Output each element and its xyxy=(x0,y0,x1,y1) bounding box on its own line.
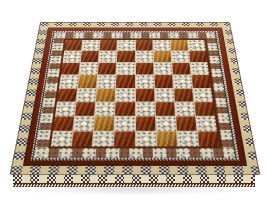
ornate-inlay-border xyxy=(35,33,236,158)
board-square xyxy=(59,75,78,87)
board-square xyxy=(117,51,134,62)
board-square xyxy=(97,75,116,87)
board-square xyxy=(155,102,175,116)
board-square xyxy=(176,116,197,130)
board-square xyxy=(64,40,82,51)
board-field xyxy=(51,40,219,147)
board-square xyxy=(118,40,135,51)
board-square xyxy=(173,75,192,87)
board-square xyxy=(156,116,176,130)
board-square xyxy=(78,75,97,87)
board-front-lip-mosaic xyxy=(13,183,255,187)
product-photo-scene xyxy=(0,0,267,200)
board-square xyxy=(57,88,77,101)
board-square xyxy=(77,88,96,101)
board-square xyxy=(135,63,153,75)
board-square xyxy=(172,63,191,75)
board-square xyxy=(196,116,217,130)
board-square xyxy=(115,102,134,116)
board-square xyxy=(154,75,173,87)
board-square xyxy=(188,40,206,51)
board-square xyxy=(135,40,152,51)
board-square xyxy=(190,63,209,75)
board-square xyxy=(136,116,156,130)
board-square xyxy=(153,40,170,51)
board-square xyxy=(61,63,80,75)
board-square xyxy=(116,88,135,101)
board-square xyxy=(53,116,74,130)
board-square xyxy=(174,88,193,101)
board-square xyxy=(51,131,73,146)
mahogany-border xyxy=(23,28,247,166)
board-square xyxy=(82,40,100,51)
mosaic-check-strip xyxy=(31,31,240,161)
board-square xyxy=(98,63,116,75)
board-square xyxy=(93,131,114,146)
board-square xyxy=(189,51,207,62)
board-square xyxy=(115,116,135,130)
board-square xyxy=(55,102,76,116)
chess-board xyxy=(10,22,261,175)
board-square xyxy=(75,102,95,116)
board-square xyxy=(100,40,117,51)
board-square xyxy=(153,51,171,62)
board-square xyxy=(194,102,215,116)
board-square xyxy=(135,51,152,62)
board-square xyxy=(156,131,177,146)
board-square xyxy=(99,51,117,62)
board-square xyxy=(114,131,134,146)
board-square xyxy=(81,51,99,62)
board-square xyxy=(95,102,115,116)
board-square xyxy=(63,51,81,62)
board-square xyxy=(154,63,172,75)
board-square xyxy=(136,131,156,146)
board-square xyxy=(74,116,95,130)
board-square xyxy=(136,88,155,101)
board-square xyxy=(96,88,115,101)
board-square xyxy=(117,63,135,75)
board-square xyxy=(155,88,174,101)
board-square xyxy=(94,116,114,130)
board-square xyxy=(136,102,155,116)
board-square xyxy=(80,63,99,75)
board-square xyxy=(177,131,198,146)
board-square xyxy=(171,51,189,62)
board-square xyxy=(193,88,213,101)
board-square xyxy=(170,40,188,51)
board-square xyxy=(116,75,134,87)
board-square xyxy=(175,102,195,116)
board-square xyxy=(198,131,220,146)
board-square xyxy=(135,75,153,87)
board-square xyxy=(192,75,211,87)
field-frame xyxy=(48,39,221,148)
board-square xyxy=(72,131,93,146)
